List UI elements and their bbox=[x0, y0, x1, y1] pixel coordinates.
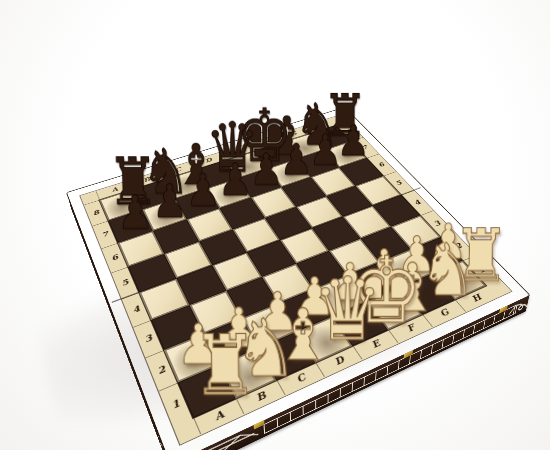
swirl-ornament-icon bbox=[507, 296, 531, 319]
piece-black-pawn-e7[interactable]: ♟ bbox=[249, 148, 283, 192]
piece-white-rook-a1[interactable]: ♜ bbox=[191, 323, 238, 408]
scene: AABBCCDDEEFFGGHH1122334455667788 ♜♞♝♛♚♝♞… bbox=[0, 0, 550, 450]
edge-ornament-icon bbox=[155, 423, 171, 450]
piece-black-pawn-b7[interactable]: ♟ bbox=[151, 178, 187, 225]
piece-black-pawn-g7[interactable]: ♟ bbox=[309, 129, 341, 172]
piece-black-pawn-d7[interactable]: ♟ bbox=[218, 158, 253, 203]
piece-black-pawn-a7[interactable]: ♟ bbox=[116, 189, 153, 236]
piece-black-pawn-c7[interactable]: ♟ bbox=[185, 168, 220, 214]
piece-black-pawn-f7[interactable]: ♟ bbox=[280, 138, 313, 182]
